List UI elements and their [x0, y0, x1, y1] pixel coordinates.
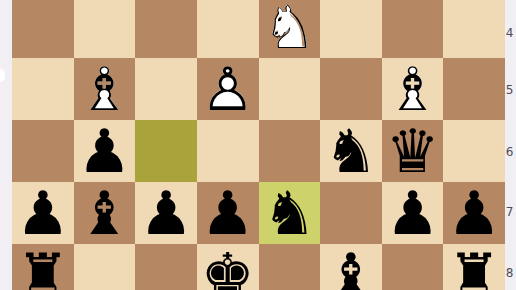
black-queen-piece: ♛	[382, 120, 444, 182]
square-h7-black-pawn[interactable]: ♟	[12, 182, 74, 244]
black-knight-piece: ♞	[320, 120, 382, 182]
black-king-piece: ♚	[197, 244, 259, 290]
square-a4[interactable]	[443, 0, 505, 58]
square-a7-black-pawn[interactable]: ♟	[443, 182, 505, 244]
white-pawn-outline: ♙	[197, 58, 259, 120]
black-pawn-piece: ♟	[382, 182, 444, 244]
black-pawn-piece: ♟	[197, 182, 259, 244]
black-pawn-piece: ♟	[12, 182, 74, 244]
square-f6-lastmove-from[interactable]	[135, 120, 197, 182]
white-bishop-piece: ♝	[74, 58, 136, 120]
square-h8-black-rook[interactable]: ♜	[12, 244, 74, 290]
square-c8-black-bishop[interactable]: ♝	[320, 244, 382, 290]
square-b7-black-pawn[interactable]: ♟	[382, 182, 444, 244]
square-b6-black-queen[interactable]: ♛	[382, 120, 444, 182]
square-e5-white-pawn[interactable]: ♟ ♙	[197, 58, 259, 120]
black-pawn-piece: ♟	[74, 120, 136, 182]
square-c5[interactable]	[320, 58, 382, 120]
square-e4[interactable]	[197, 0, 259, 58]
square-d8[interactable]	[259, 244, 321, 290]
square-b8[interactable]	[382, 244, 444, 290]
black-knight-piece: ♞	[259, 182, 321, 244]
white-bishop-outline: ♗	[74, 58, 136, 120]
square-d4-white-knight[interactable]: ♞ ♘	[259, 0, 321, 58]
white-bishop-outline: ♗	[382, 58, 444, 120]
square-c6-black-knight[interactable]: ♞	[320, 120, 382, 182]
black-bishop-piece: ♝	[320, 244, 382, 290]
square-f7-black-pawn[interactable]: ♟	[135, 182, 197, 244]
square-g5-white-bishop[interactable]: ♝ ♗	[74, 58, 136, 120]
black-rook-piece: ♜	[12, 244, 74, 290]
rank-label-5: 5	[503, 83, 516, 97]
square-c4[interactable]	[320, 0, 382, 58]
square-e7-black-pawn[interactable]: ♟	[197, 182, 259, 244]
square-g4[interactable]	[74, 0, 136, 58]
square-e8-black-king[interactable]: ♚	[197, 244, 259, 290]
square-b5-white-bishop[interactable]: ♝ ♗	[382, 58, 444, 120]
chess-board: ♞ ♘ ♝ ♗ ♟ ♙ ♝ ♗ ♟ ♞	[12, 0, 505, 290]
square-a6[interactable]	[443, 120, 505, 182]
white-knight-outline: ♘	[259, 0, 321, 58]
square-c7[interactable]	[320, 182, 382, 244]
square-h6[interactable]	[12, 120, 74, 182]
square-f5[interactable]	[135, 58, 197, 120]
black-rook-piece: ♜	[443, 244, 505, 290]
square-b4[interactable]	[382, 0, 444, 58]
square-g7-black-bishop[interactable]: ♝	[74, 182, 136, 244]
square-h5[interactable]	[12, 58, 74, 120]
square-e6[interactable]	[197, 120, 259, 182]
rank-label-4: 4	[503, 26, 516, 40]
square-g8[interactable]	[74, 244, 136, 290]
square-d6[interactable]	[259, 120, 321, 182]
white-pawn-piece: ♟	[197, 58, 259, 120]
coordinate-strip: 4 5 6 7 8	[503, 0, 516, 290]
black-bishop-piece: ♝	[74, 182, 136, 244]
square-d7-black-knight-lastmove-to[interactable]: ♞	[259, 182, 321, 244]
square-d5[interactable]	[259, 58, 321, 120]
rank-label-8: 8	[503, 266, 516, 280]
white-bishop-piece: ♝	[382, 58, 444, 120]
page: ♞ ♘ ♝ ♗ ♟ ♙ ♝ ♗ ♟ ♞	[0, 0, 516, 290]
black-pawn-piece: ♟	[135, 182, 197, 244]
square-a5[interactable]	[443, 58, 505, 120]
square-g6-black-pawn[interactable]: ♟	[74, 120, 136, 182]
left-edge-marker	[0, 69, 5, 82]
black-pawn-piece: ♟	[443, 182, 505, 244]
square-f4[interactable]	[135, 0, 197, 58]
square-h4[interactable]	[12, 0, 74, 58]
square-f8[interactable]	[135, 244, 197, 290]
white-knight-piece: ♞	[259, 0, 321, 58]
rank-label-7: 7	[503, 205, 516, 219]
rank-label-6: 6	[503, 145, 516, 159]
square-a8-black-rook[interactable]: ♜	[443, 244, 505, 290]
